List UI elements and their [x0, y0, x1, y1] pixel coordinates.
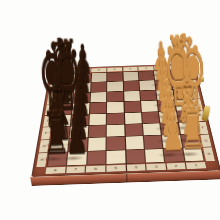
square-h6 [87, 151, 106, 165]
square-f7 [70, 126, 88, 138]
brass-pin [201, 77, 204, 82]
square-h3 [145, 149, 165, 163]
rank-label-5: 5 [107, 67, 122, 71]
square-d7 [72, 103, 89, 114]
file-label-A: A [50, 74, 59, 83]
square-f5 [107, 125, 124, 137]
square-h7 [67, 151, 86, 165]
square-b8 [58, 83, 74, 93]
camera-tilt-layer: 87654321 87654321 ABCDEFGH ABCDEFGH ♜♞♝♛… [0, 0, 220, 220]
square-e2 [159, 111, 177, 123]
chess-board: 87654321 87654321 ABCDEFGH ABCDEFGH ♜♞♝♛… [31, 63, 220, 177]
square-a7 [75, 73, 91, 82]
square-c3 [140, 90, 157, 100]
file-label-C: C [47, 93, 56, 103]
square-f1 [179, 122, 198, 134]
chess-set-photo: 87654321 87654321 ABCDEFGH ABCDEFGH ♜♞♝♛… [0, 0, 220, 220]
square-g3 [144, 136, 163, 149]
square-a3 [139, 71, 155, 80]
square-e7 [71, 114, 88, 126]
square-a2 [154, 71, 170, 80]
rank-label-3: 3 [138, 66, 153, 70]
rank-label-6: 6 [91, 68, 106, 72]
square-h8 [48, 152, 68, 166]
square-a4 [123, 72, 138, 81]
square-e5 [107, 113, 124, 125]
square-e1 [177, 110, 196, 122]
square-c6 [90, 92, 106, 102]
square-h5 [107, 150, 125, 164]
file-label-D: D [45, 104, 55, 115]
square-b4 [123, 81, 139, 91]
square-e4 [124, 112, 141, 124]
square-f3 [143, 123, 161, 135]
rank-label-4: 4 [123, 67, 138, 71]
square-h4 [126, 149, 145, 163]
square-f6 [88, 125, 105, 137]
square-b6 [91, 82, 107, 92]
square-a5 [107, 72, 122, 81]
rank-label-8: 8 [60, 69, 75, 73]
square-f2 [161, 123, 180, 135]
square-h2 [164, 148, 184, 162]
square-e3 [142, 112, 160, 124]
square-e8 [53, 115, 71, 127]
rank-label-2: 2 [154, 66, 169, 70]
square-d6 [90, 102, 106, 113]
square-c7 [73, 93, 89, 103]
rank-label-7: 7 [76, 68, 91, 72]
square-a1 [170, 70, 187, 79]
square-g8 [50, 139, 69, 152]
square-g1 [181, 134, 201, 147]
square-c4 [124, 91, 140, 101]
square-f8 [52, 126, 71, 138]
rank-label-1: 1 [170, 65, 186, 69]
square-h1 [183, 147, 204, 161]
front-edge-seam [126, 174, 128, 182]
file-label-B: B [49, 83, 58, 93]
square-e6 [89, 113, 106, 125]
square-f4 [125, 124, 143, 136]
